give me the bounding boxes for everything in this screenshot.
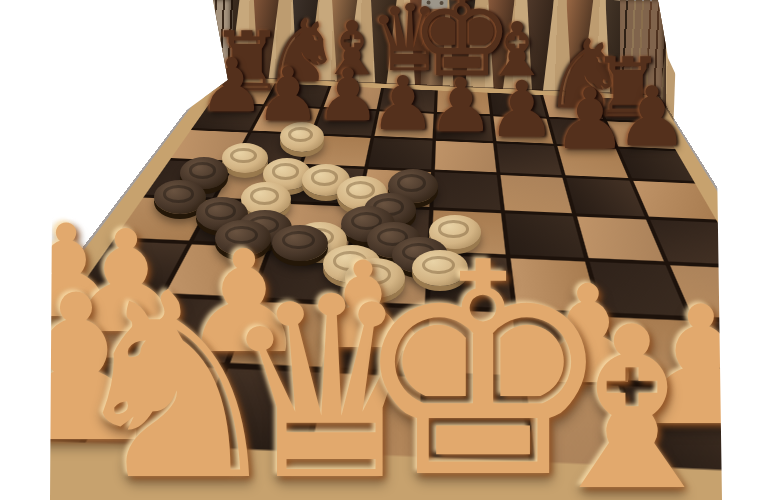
checker-dimple — [397, 174, 426, 192]
dark-pawn-piece: ♟ — [428, 68, 494, 142]
checker-dimple — [272, 163, 300, 180]
light-bishop-piece: ♝ — [532, 298, 733, 500]
light-square — [633, 181, 716, 219]
checker-dimple — [250, 187, 279, 205]
light-square — [724, 390, 768, 476]
dark-pawn-piece: ♟ — [370, 66, 436, 140]
dark-pawn-piece: ♟ — [255, 57, 321, 131]
checker-dimple — [189, 162, 217, 179]
dark-square — [649, 219, 742, 264]
checker-dimple — [205, 202, 235, 220]
dark-pawn-piece: ♟ — [487, 71, 556, 148]
checker-light — [222, 143, 268, 173]
checker-dimple — [230, 148, 257, 164]
checker-dimple — [311, 169, 339, 186]
dark-pawn-piece: ♟ — [552, 77, 627, 161]
photo-stage: ♟♜♟♞♟♝♟♛♟♚♟♝♟♞♟♜ ♟♟♟♞♟♟♛♚♟♝♟ — [0, 0, 768, 500]
checker-dimple — [346, 181, 375, 199]
